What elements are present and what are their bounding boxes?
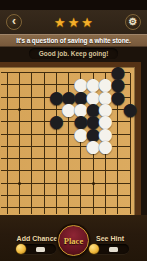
board-cell[interactable] bbox=[87, 165, 99, 177]
board-cell[interactable] bbox=[13, 116, 25, 128]
board-cell[interactable] bbox=[26, 66, 38, 78]
white-stone: ● bbox=[99, 140, 111, 152]
board-cell[interactable] bbox=[1, 91, 13, 103]
see-hint-label: See Hint bbox=[79, 235, 141, 242]
see-hint-pill[interactable] bbox=[91, 244, 129, 254]
board-cell[interactable] bbox=[38, 202, 50, 214]
board-cell[interactable] bbox=[26, 202, 38, 214]
board-cell[interactable] bbox=[87, 202, 99, 214]
star-icon: ★ bbox=[81, 16, 93, 29]
board-cell[interactable] bbox=[75, 177, 87, 189]
star-point bbox=[18, 108, 21, 111]
go-puzzle-app: ‹ ★ ★ ★ ⚙ It's a question of saving a wh… bbox=[0, 0, 147, 261]
board-cell[interactable] bbox=[87, 177, 99, 189]
board-cell[interactable] bbox=[112, 202, 124, 214]
board-cell[interactable] bbox=[38, 152, 50, 164]
ad-badge-icon bbox=[109, 247, 118, 252]
board-cell[interactable] bbox=[13, 165, 25, 177]
board-cell[interactable] bbox=[26, 177, 38, 189]
back-button[interactable]: ‹ bbox=[6, 14, 22, 30]
board-cell[interactable] bbox=[26, 79, 38, 91]
board-cell[interactable] bbox=[26, 91, 38, 103]
board-cell[interactable] bbox=[1, 152, 13, 164]
board-cell[interactable] bbox=[62, 152, 74, 164]
board-cell[interactable] bbox=[112, 177, 124, 189]
board-cell[interactable] bbox=[75, 165, 87, 177]
board-cell[interactable] bbox=[50, 165, 62, 177]
star-point bbox=[92, 182, 95, 185]
board-cell[interactable] bbox=[13, 140, 25, 152]
board-cell[interactable] bbox=[99, 165, 111, 177]
board-cell[interactable] bbox=[124, 189, 136, 201]
gear-icon: ⚙ bbox=[129, 17, 138, 27]
ad-badge-icon bbox=[36, 247, 45, 252]
board-cell[interactable] bbox=[26, 152, 38, 164]
board-cell[interactable] bbox=[26, 116, 38, 128]
board-cell[interactable] bbox=[124, 79, 136, 91]
coin-icon bbox=[16, 244, 26, 254]
board-cell[interactable] bbox=[26, 103, 38, 115]
board-cell[interactable] bbox=[13, 66, 25, 78]
board-cell[interactable] bbox=[124, 140, 136, 152]
board-cell[interactable]: ● bbox=[124, 103, 136, 115]
star-point bbox=[18, 182, 21, 185]
coin-icon bbox=[89, 244, 99, 254]
board-cell[interactable] bbox=[99, 177, 111, 189]
board-cell[interactable] bbox=[1, 189, 13, 201]
board-cell[interactable] bbox=[99, 189, 111, 201]
board-cell[interactable] bbox=[38, 66, 50, 78]
board-cell[interactable] bbox=[112, 128, 124, 140]
bottom-bar: Add Chance Place See Hint bbox=[0, 215, 147, 261]
board-cell[interactable] bbox=[124, 165, 136, 177]
board-cell[interactable] bbox=[112, 140, 124, 152]
go-board: ●●●●●●●●●●●●●●●●●●●●●●●●● bbox=[0, 62, 141, 215]
board-cell[interactable] bbox=[75, 202, 87, 214]
encouragement-row: Good job. Keep going! bbox=[0, 47, 147, 60]
board-cell[interactable] bbox=[50, 202, 62, 214]
board-cell[interactable] bbox=[87, 189, 99, 201]
board-cell[interactable] bbox=[13, 152, 25, 164]
star-icon: ★ bbox=[68, 16, 80, 29]
board-cell[interactable] bbox=[1, 165, 13, 177]
board-cell[interactable] bbox=[124, 177, 136, 189]
board-cell[interactable] bbox=[13, 128, 25, 140]
board-cell[interactable] bbox=[62, 177, 74, 189]
board-cell[interactable] bbox=[50, 189, 62, 201]
board-cell[interactable] bbox=[1, 177, 13, 189]
board-cell[interactable] bbox=[99, 202, 111, 214]
encouragement-message: Good job. Keep going! bbox=[29, 48, 119, 59]
board-cell[interactable] bbox=[13, 189, 25, 201]
board-cell[interactable] bbox=[38, 177, 50, 189]
board-cell[interactable] bbox=[112, 189, 124, 201]
add-chance-pill[interactable] bbox=[18, 244, 56, 254]
board-cell[interactable] bbox=[124, 202, 136, 214]
board-cell[interactable] bbox=[112, 165, 124, 177]
board-cell[interactable] bbox=[26, 165, 38, 177]
board-cell[interactable] bbox=[13, 91, 25, 103]
board-cell[interactable] bbox=[1, 116, 13, 128]
top-bar: ‹ ★ ★ ★ ⚙ bbox=[0, 10, 147, 34]
board-cell[interactable] bbox=[62, 165, 74, 177]
puzzle-instruction-text: It's a question of saving a white stone. bbox=[16, 37, 131, 44]
board-cell[interactable] bbox=[1, 140, 13, 152]
board-cell[interactable] bbox=[50, 152, 62, 164]
puzzle-instruction-banner: It's a question of saving a white stone. bbox=[0, 34, 147, 47]
board-cell[interactable] bbox=[112, 152, 124, 164]
board-cell[interactable] bbox=[13, 79, 25, 91]
board-cell[interactable] bbox=[38, 140, 50, 152]
black-stone: ● bbox=[50, 116, 62, 128]
go-board-grid: ●●●●●●●●●●●●●●●●●●●●●●●●● bbox=[1, 66, 136, 214]
status-strip bbox=[0, 0, 147, 10]
star-icon: ★ bbox=[54, 16, 66, 29]
board-cell[interactable] bbox=[62, 189, 74, 201]
board-cell[interactable] bbox=[1, 79, 13, 91]
board-cell[interactable] bbox=[1, 202, 13, 214]
settings-button[interactable]: ⚙ bbox=[125, 14, 141, 30]
board-cell[interactable] bbox=[38, 165, 50, 177]
star-rating: ★ ★ ★ bbox=[54, 16, 93, 29]
board-cell[interactable] bbox=[13, 177, 25, 189]
board-cell[interactable] bbox=[50, 66, 62, 78]
board-cell[interactable] bbox=[124, 128, 136, 140]
back-icon: ‹ bbox=[12, 15, 16, 27]
board-cell[interactable] bbox=[13, 202, 25, 214]
board-cell[interactable] bbox=[26, 140, 38, 152]
board-cell[interactable] bbox=[38, 189, 50, 201]
board-cell[interactable] bbox=[50, 140, 62, 152]
board-cell[interactable] bbox=[1, 103, 13, 115]
board-cell[interactable] bbox=[13, 103, 25, 115]
board-cell[interactable] bbox=[1, 66, 13, 78]
board-cell[interactable] bbox=[26, 128, 38, 140]
see-hint-group[interactable]: See Hint bbox=[79, 235, 141, 254]
board-cell[interactable]: ● bbox=[50, 116, 62, 128]
board-cell[interactable] bbox=[50, 177, 62, 189]
board-cell[interactable] bbox=[62, 202, 74, 214]
board-cell[interactable] bbox=[75, 189, 87, 201]
black-stone: ● bbox=[124, 103, 136, 115]
board-cell[interactable]: ● bbox=[99, 140, 111, 152]
board-cell[interactable] bbox=[26, 189, 38, 201]
board-cell[interactable] bbox=[124, 66, 136, 78]
board-cell[interactable] bbox=[124, 152, 136, 164]
board-cell[interactable] bbox=[1, 128, 13, 140]
